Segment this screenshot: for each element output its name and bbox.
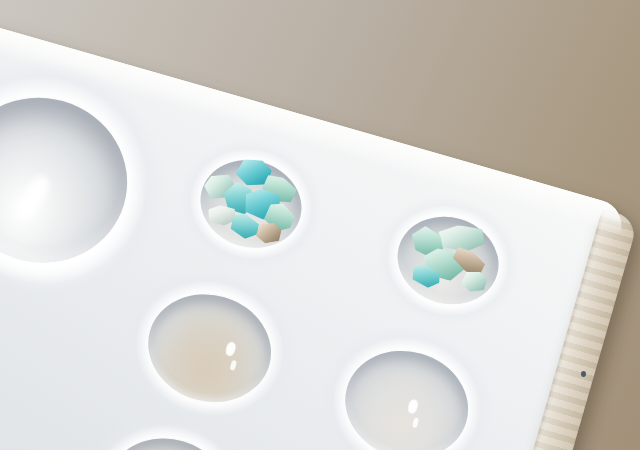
gem-stone-pale: [460, 271, 487, 292]
debris-speck: [581, 371, 586, 377]
pit-empty-pale[interactable]: [323, 328, 489, 450]
pit-with-teal-gems[interactable]: [183, 142, 317, 265]
scene: [0, 0, 640, 450]
gem-stone-pale: [438, 224, 485, 252]
pit-empty-beige[interactable]: [126, 271, 292, 424]
pit-with-seafoam-gems[interactable]: [381, 199, 515, 322]
